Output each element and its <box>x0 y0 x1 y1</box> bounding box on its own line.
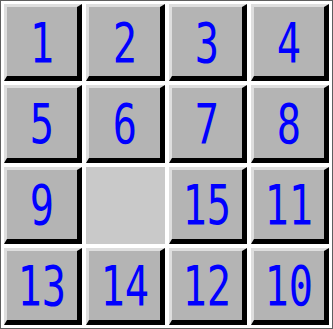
tile-number: 4 <box>277 15 301 71</box>
tile-10[interactable]: 10 <box>251 248 329 325</box>
tile-11[interactable]: 11 <box>251 167 329 244</box>
empty-cell <box>86 167 164 244</box>
tile-number: 8 <box>277 96 301 152</box>
tile-15[interactable]: 15 <box>169 167 247 244</box>
tile-number: 13 <box>18 258 67 314</box>
tile-number: 1 <box>30 15 54 71</box>
tile-number: 7 <box>194 96 218 152</box>
tile-6[interactable]: 6 <box>86 85 164 162</box>
tile-9[interactable]: 9 <box>4 167 82 244</box>
tile-number: 2 <box>112 15 136 71</box>
tile-number: 9 <box>30 177 54 233</box>
tile-number: 5 <box>30 96 54 152</box>
tile-number: 11 <box>265 177 314 233</box>
tile-number: 3 <box>194 15 218 71</box>
tile-number: 10 <box>265 258 314 314</box>
tile-13[interactable]: 13 <box>4 248 82 325</box>
tile-number: 15 <box>182 177 231 233</box>
tile-number: 6 <box>112 96 136 152</box>
tile-number: 12 <box>182 258 231 314</box>
tile-8[interactable]: 8 <box>251 85 329 162</box>
tile-1[interactable]: 1 <box>4 4 82 81</box>
tile-number: 14 <box>100 258 149 314</box>
tile-3[interactable]: 3 <box>169 4 247 81</box>
tile-5[interactable]: 5 <box>4 85 82 162</box>
puzzle-board: 123456789151113141210 <box>0 0 333 329</box>
tile-14[interactable]: 14 <box>86 248 164 325</box>
tile-2[interactable]: 2 <box>86 4 164 81</box>
tile-12[interactable]: 12 <box>169 248 247 325</box>
tile-4[interactable]: 4 <box>251 4 329 81</box>
tile-7[interactable]: 7 <box>169 85 247 162</box>
